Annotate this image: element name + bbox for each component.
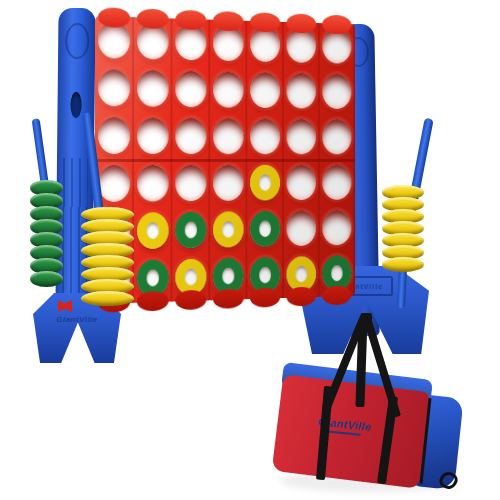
hole [250,72,280,108]
board-top-scallop [98,7,130,28]
cell-r3-c6 [284,114,320,160]
hole [98,117,130,154]
yellow-disc [137,212,169,249]
hole [213,118,244,154]
cell-r5-c5 [247,206,283,253]
cell-r2-c3 [172,66,210,114]
hole [322,74,351,109]
board-top-scallop [322,15,351,35]
hole [137,165,169,202]
hole [322,210,351,245]
hole [137,117,169,154]
cell-r2-c2 [134,65,172,113]
board-top-scallop [213,11,244,31]
cell-r4-c5 [247,160,283,206]
hole [250,118,280,154]
board-bottom-scallop [250,288,280,308]
cell-r2-c5 [247,67,283,114]
cell-r3-c4 [210,113,247,160]
cell-r4-c4 [210,160,247,207]
cell-r2-c1 [95,64,134,112]
board-top-scallop [175,10,206,31]
yellow-spare-disc [382,257,424,272]
cell-r4-c3 [172,160,210,207]
hole [286,119,316,154]
product-photo-giant-connect-four: GiantVille GiantVille GiantVille [0,0,500,500]
green-disc [250,211,280,247]
cell-r3-c2 [134,112,172,160]
board-top-scallop [250,12,280,32]
left-foot-emboss-text: GiantVille [33,315,121,324]
board-bottom-scallop [175,290,206,311]
cell-r5-c6 [284,206,320,252]
hole [98,69,130,106]
left-post-indent [65,23,89,59]
yellow-disc-stack-left [81,207,134,306]
hole [175,71,206,108]
cell-r2-c7 [320,69,355,115]
cell-r2-c4 [210,66,247,113]
yellow-disc [213,211,244,247]
cell-r2-c6 [284,68,320,114]
hole [175,165,206,201]
board-bottom-scallop [213,289,244,309]
yellow-spare-disc [81,291,134,306]
hole [213,165,244,201]
board-top-scallop [286,13,316,33]
hole [213,71,244,107]
hole [286,73,316,109]
cell-r5-c3 [172,207,210,255]
bag-front-panel: GiantVille [272,374,431,488]
cell-r5-c4 [210,206,247,253]
green-disc-stack [30,180,63,287]
hole [322,165,351,200]
cell-r4-c2 [134,160,172,208]
cell-r3-c5 [247,114,283,160]
left-post-hole [70,92,81,118]
hole [137,70,169,107]
cell-r4-c7 [320,160,355,206]
green-spare-disc [30,271,63,287]
cell-r5-c2 [134,207,172,255]
hole [98,165,130,202]
cell-r3-c7 [320,114,355,160]
cell-r4-c6 [284,160,320,206]
cell-r5-c7 [320,205,355,251]
yellow-disc-stack-right [382,185,424,272]
green-disc [175,212,206,249]
hole [175,118,206,154]
board-middle-seam [95,159,355,162]
hole [322,119,351,154]
hole [286,165,316,200]
board-bottom-scallop [137,291,169,312]
cell-r3-c1 [95,112,134,160]
cell-r3-c3 [172,113,210,160]
hole [286,210,316,246]
yellow-disc [250,165,280,201]
board-top-scallop [137,8,169,29]
